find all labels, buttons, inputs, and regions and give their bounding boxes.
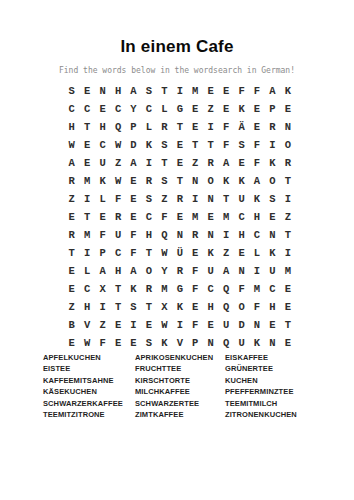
- grid-cell: F: [188, 262, 203, 280]
- grid-cell: E: [249, 118, 264, 136]
- grid-cell: C: [79, 100, 94, 118]
- word-list-item: ZIMTKAFFEE: [135, 409, 225, 420]
- grid-cell: S: [157, 136, 172, 154]
- grid-cell: E: [203, 82, 218, 100]
- word-list-item: ZITRONENKUCHEN: [225, 409, 297, 420]
- grid-cell: V: [172, 334, 187, 352]
- word-list-item: KAFFEEMITSAHNE: [43, 375, 135, 386]
- grid-cell: M: [280, 262, 295, 280]
- grid-cell: N: [280, 118, 295, 136]
- grid-cell: G: [172, 280, 187, 298]
- grid-cell: H: [110, 262, 125, 280]
- grid-cell: C: [95, 136, 110, 154]
- grid-cell: M: [79, 226, 94, 244]
- word-list-item: KUCHEN: [225, 375, 297, 386]
- grid-cell: E: [64, 208, 79, 226]
- grid-cell: T: [141, 298, 156, 316]
- grid-cell: K: [203, 244, 218, 262]
- grid-cell: E: [64, 280, 79, 298]
- grid-cell: Ä: [234, 118, 249, 136]
- grid-cell: T: [64, 244, 79, 262]
- grid-cell: A: [126, 82, 141, 100]
- grid-cell: R: [280, 154, 295, 172]
- grid-cell: H: [249, 208, 264, 226]
- grid-cell: E: [172, 136, 187, 154]
- grid-cell: T: [79, 208, 94, 226]
- grid-cell: I: [79, 244, 94, 262]
- grid-cell: E: [79, 82, 94, 100]
- grid-cell: E: [79, 136, 94, 154]
- grid-cell: S: [157, 172, 172, 190]
- word-list-item: KÄSEKUCHEN: [43, 386, 135, 397]
- grid-cell: M: [157, 280, 172, 298]
- grid-cell: E: [126, 334, 141, 352]
- grid-cell: N: [265, 226, 280, 244]
- word-list: APFELKUCHENEISTEEKAFFEEMITSAHNEKÄSEKUCHE…: [43, 352, 297, 420]
- grid-cell: I: [203, 118, 218, 136]
- grid-cell: A: [126, 154, 141, 172]
- word-list-item: SCHWARZERKAFFEE: [43, 398, 135, 409]
- grid-cell: A: [95, 262, 110, 280]
- grid-cell: Z: [64, 190, 79, 208]
- grid-cell: R: [141, 172, 156, 190]
- grid-cell: F: [95, 334, 110, 352]
- grid-cell: K: [95, 172, 110, 190]
- grid-cell: M: [188, 82, 203, 100]
- grid-cell: L: [79, 262, 94, 280]
- grid-cell: K: [126, 280, 141, 298]
- grid-cell: F: [110, 190, 125, 208]
- grid-cell: N: [234, 262, 249, 280]
- grid-cell: L: [95, 190, 110, 208]
- grid-cell: I: [95, 298, 110, 316]
- grid-cell: C: [110, 244, 125, 262]
- grid-cell: E: [172, 154, 187, 172]
- grid-cell: W: [110, 172, 125, 190]
- grid-cell: E: [188, 244, 203, 262]
- grid-cell: S: [234, 136, 249, 154]
- grid-cell: R: [141, 280, 156, 298]
- word-list-item: KIRSCHTORTE: [135, 375, 225, 386]
- grid-cell: Q: [157, 226, 172, 244]
- grid-cell: R: [172, 262, 187, 280]
- word-list-item: APFELKUCHEN: [43, 352, 135, 363]
- grid-cell: E: [280, 334, 295, 352]
- grid-cell: F: [95, 226, 110, 244]
- grid-cell: Z: [280, 208, 295, 226]
- grid-cell: E: [234, 154, 249, 172]
- grid-cell: I: [141, 154, 156, 172]
- grid-cell: U: [265, 262, 280, 280]
- grid-cell: H: [265, 298, 280, 316]
- grid-cell: E: [110, 334, 125, 352]
- grid-cell: K: [249, 334, 264, 352]
- grid-cell: E: [110, 316, 125, 334]
- grid-cell: X: [95, 280, 110, 298]
- grid-cell: U: [95, 154, 110, 172]
- grid-cell: S: [265, 190, 280, 208]
- page-title: In einem Cafe: [0, 37, 354, 57]
- grid-cell: E: [126, 208, 141, 226]
- grid-cell: A: [64, 154, 79, 172]
- grid-cell: C: [141, 208, 156, 226]
- grid-cell: E: [172, 208, 187, 226]
- grid-cell: E: [249, 100, 264, 118]
- word-list-item: FRUCHTTEE: [135, 363, 225, 374]
- grid-cell: F: [249, 136, 264, 154]
- word-column-3: EISKAFFEEGRÜNERTEEKUCHENPFEFFERMINZTEETE…: [225, 352, 297, 420]
- grid-cell: F: [188, 316, 203, 334]
- grid-cell: G: [172, 100, 187, 118]
- grid-cell: R: [188, 226, 203, 244]
- grid-cell: E: [234, 244, 249, 262]
- grid-cell: O: [265, 172, 280, 190]
- grid-cell: E: [265, 208, 280, 226]
- grid-cell: H: [234, 226, 249, 244]
- grid-cell: W: [64, 136, 79, 154]
- grid-cell: K: [234, 172, 249, 190]
- grid-cell: L: [249, 244, 264, 262]
- grid-cell: Z: [157, 190, 172, 208]
- grid-cell: S: [141, 82, 156, 100]
- grid-cell: I: [172, 82, 187, 100]
- grid-cell: T: [79, 118, 94, 136]
- grid-cell: H: [95, 118, 110, 136]
- grid-cell: O: [141, 262, 156, 280]
- grid-cell: M: [249, 280, 264, 298]
- grid-cell: A: [218, 154, 233, 172]
- word-list-item: MILCHKAFFEE: [135, 386, 225, 397]
- grid-cell: S: [141, 190, 156, 208]
- grid-cell: Y: [126, 100, 141, 118]
- grid-cell: E: [141, 316, 156, 334]
- grid-cell: B: [64, 316, 79, 334]
- grid-cell: N: [95, 82, 110, 100]
- grid-cell: Ü: [172, 244, 187, 262]
- grid-cell: T: [110, 280, 125, 298]
- grid-cell: N: [265, 334, 280, 352]
- instructions-text: Find the words below in the wordsearch i…: [0, 66, 354, 76]
- grid-cell: F: [249, 298, 264, 316]
- grid-cell: K: [249, 190, 264, 208]
- grid-cell: K: [141, 136, 156, 154]
- grid-cell: W: [157, 244, 172, 262]
- grid-cell: Q: [218, 280, 233, 298]
- grid-cell: Z: [95, 316, 110, 334]
- grid-cell: U: [234, 334, 249, 352]
- grid-cell: I: [172, 316, 187, 334]
- grid-cell: C: [203, 280, 218, 298]
- grid-cell: U: [203, 262, 218, 280]
- word-list-item: TEEMITZITRONE: [43, 409, 135, 420]
- grid-cell: I: [79, 190, 94, 208]
- grid-cell: E: [64, 334, 79, 352]
- word-list-item: TEEMITMILCH: [225, 398, 297, 409]
- grid-cell: R: [110, 208, 125, 226]
- grid-cell: W: [110, 136, 125, 154]
- grid-cell: F: [234, 82, 249, 100]
- grid-cell: T: [218, 190, 233, 208]
- grid-cell: D: [126, 136, 141, 154]
- grid-cell: C: [265, 280, 280, 298]
- grid-cell: R: [203, 154, 218, 172]
- grid-cell: H: [141, 226, 156, 244]
- grid-cell: N: [249, 316, 264, 334]
- grid-cell: E: [218, 82, 233, 100]
- grid-cell: C: [141, 100, 156, 118]
- grid-cell: R: [64, 172, 79, 190]
- word-column-1: APFELKUCHENEISTEEKAFFEEMITSAHNEKÄSEKUCHE…: [43, 352, 135, 420]
- grid-cell: R: [64, 226, 79, 244]
- grid-cell: Y: [157, 262, 172, 280]
- grid-cell: E: [188, 298, 203, 316]
- grid-cell: F: [126, 226, 141, 244]
- grid-cell: I: [265, 136, 280, 154]
- grid-cell: I: [188, 190, 203, 208]
- grid-cell: K: [265, 154, 280, 172]
- grid-cell: P: [188, 334, 203, 352]
- grid-cell: I: [218, 226, 233, 244]
- grid-cell: I: [249, 262, 264, 280]
- grid-cell: Q: [218, 298, 233, 316]
- grid-cell: E: [64, 262, 79, 280]
- grid-cell: N: [172, 226, 187, 244]
- grid-cell: F: [234, 280, 249, 298]
- grid-cell: T: [157, 154, 172, 172]
- grid-cell: U: [218, 316, 233, 334]
- grid-cell: E: [79, 154, 94, 172]
- grid-cell: E: [95, 100, 110, 118]
- grid-cell: Z: [64, 298, 79, 316]
- grid-cell: T: [157, 82, 172, 100]
- grid-cell: U: [110, 226, 125, 244]
- grid-cell: K: [265, 244, 280, 262]
- grid-cell: E: [126, 190, 141, 208]
- grid-cell: Z: [188, 154, 203, 172]
- grid-cell: P: [95, 244, 110, 262]
- grid-cell: P: [126, 118, 141, 136]
- grid-cell: Z: [203, 100, 218, 118]
- grid-cell: L: [141, 118, 156, 136]
- grid-cell: K: [280, 82, 295, 100]
- grid-cell: E: [95, 208, 110, 226]
- grid-cell: O: [203, 172, 218, 190]
- grid-cell: N: [203, 190, 218, 208]
- grid-cell: T: [280, 316, 295, 334]
- grid-cell: A: [249, 172, 264, 190]
- grid-cell: Q: [218, 334, 233, 352]
- grid-cell: O: [234, 298, 249, 316]
- grid-cell: T: [110, 298, 125, 316]
- grid-cell: T: [141, 244, 156, 262]
- grid-cell: C: [249, 226, 264, 244]
- word-list-item: SCHWARZERTEE: [135, 398, 225, 409]
- grid-cell: E: [203, 208, 218, 226]
- grid-cell: C: [64, 100, 79, 118]
- grid-cell: O: [280, 136, 295, 154]
- grid-cell: T: [280, 226, 295, 244]
- grid-cell: W: [79, 334, 94, 352]
- grid-cell: M: [188, 208, 203, 226]
- grid-cell: S: [126, 298, 141, 316]
- grid-cell: F: [157, 208, 172, 226]
- grid-cell: C: [110, 100, 125, 118]
- grid-cell: A: [218, 262, 233, 280]
- grid-cell: F: [218, 136, 233, 154]
- grid-cell: K: [172, 298, 187, 316]
- grid-cell: E: [265, 316, 280, 334]
- word-list-item: PFEFFERMINZTEE: [225, 386, 297, 397]
- wordsearch-grid: SENHASTIMEEFFAKCCECYCLGEZEKEPEHTHQPLRTEI…: [64, 82, 296, 352]
- grid-cell: E: [188, 118, 203, 136]
- grid-cell: M: [79, 172, 94, 190]
- grid-cell: N: [203, 334, 218, 352]
- grid-cell: T: [172, 172, 187, 190]
- grid-cell: U: [234, 190, 249, 208]
- grid-cell: R: [172, 190, 187, 208]
- grid-cell: T: [203, 136, 218, 154]
- grid-cell: K: [218, 172, 233, 190]
- grid-cell: F: [126, 244, 141, 262]
- grid-cell: E: [218, 100, 233, 118]
- grid-cell: C: [234, 208, 249, 226]
- grid-cell: K: [234, 100, 249, 118]
- grid-cell: I: [280, 190, 295, 208]
- grid-cell: V: [79, 316, 94, 334]
- grid-cell: E: [280, 298, 295, 316]
- grid-cell: H: [64, 118, 79, 136]
- grid-cell: W: [157, 316, 172, 334]
- word-list-item: GRÜNERTEE: [225, 363, 297, 374]
- grid-cell: I: [280, 244, 295, 262]
- grid-cell: F: [188, 280, 203, 298]
- grid-cell: A: [126, 262, 141, 280]
- grid-cell: M: [218, 208, 233, 226]
- grid-cell: E: [126, 172, 141, 190]
- grid-cell: E: [280, 280, 295, 298]
- grid-cell: N: [203, 226, 218, 244]
- grid-cell: K: [157, 334, 172, 352]
- grid-cell: F: [249, 154, 264, 172]
- grid-cell: H: [203, 298, 218, 316]
- grid-cell: Q: [110, 118, 125, 136]
- grid-cell: I: [126, 316, 141, 334]
- grid-cell: T: [188, 136, 203, 154]
- grid-cell: L: [157, 100, 172, 118]
- worksheet-page: In einem Cafe Find the words below in th…: [0, 0, 354, 500]
- grid-cell: P: [265, 100, 280, 118]
- grid-cell: E: [188, 100, 203, 118]
- grid-cell: F: [249, 82, 264, 100]
- grid-cell: S: [64, 82, 79, 100]
- grid-cell: H: [110, 82, 125, 100]
- grid-cell: D: [234, 316, 249, 334]
- word-list-item: APRIKOSENKUCHEN: [135, 352, 225, 363]
- grid-cell: X: [157, 298, 172, 316]
- grid-cell: Z: [218, 244, 233, 262]
- grid-cell: N: [188, 172, 203, 190]
- grid-cell: T: [280, 172, 295, 190]
- grid-cell: R: [265, 118, 280, 136]
- grid-cell: E: [280, 100, 295, 118]
- grid-cell: E: [203, 316, 218, 334]
- grid-cell: Z: [110, 154, 125, 172]
- grid-cell: S: [141, 334, 156, 352]
- word-column-2: APRIKOSENKUCHENFRUCHTTEEKIRSCHTORTEMILCH…: [135, 352, 225, 420]
- grid-cell: T: [172, 118, 187, 136]
- word-list-item: EISTEE: [43, 363, 135, 374]
- grid-cell: A: [265, 82, 280, 100]
- grid-cell: F: [218, 118, 233, 136]
- word-list-item: EISKAFFEE: [225, 352, 297, 363]
- grid-cell: H: [79, 298, 94, 316]
- grid-cell: C: [79, 280, 94, 298]
- grid-cell: R: [157, 118, 172, 136]
